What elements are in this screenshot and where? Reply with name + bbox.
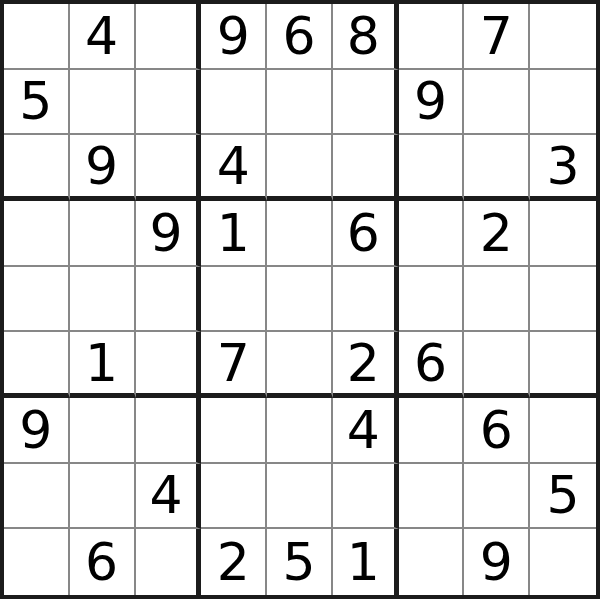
cell-r6c9[interactable]: [530, 332, 596, 398]
cell-r6c2[interactable]: 1: [70, 332, 136, 398]
cell-r5c6[interactable]: [333, 267, 399, 333]
cell-r6c3[interactable]: [136, 332, 202, 398]
cell-r8c6[interactable]: [333, 464, 399, 530]
sudoku-board: 4968759943916217269464562519: [0, 0, 600, 599]
cell-r4c9[interactable]: [530, 201, 596, 267]
cell-r8c2[interactable]: [70, 464, 136, 530]
cell-r5c2[interactable]: [70, 267, 136, 333]
cell-r7c5[interactable]: [267, 398, 333, 464]
cell-r9c9[interactable]: [530, 529, 596, 595]
cell-r7c1[interactable]: 9: [4, 398, 70, 464]
cell-r7c4[interactable]: [201, 398, 267, 464]
cell-r8c5[interactable]: [267, 464, 333, 530]
cell-r3c7[interactable]: [399, 135, 465, 201]
cell-r5c9[interactable]: [530, 267, 596, 333]
cell-r7c6[interactable]: 4: [333, 398, 399, 464]
cell-r8c3[interactable]: 4: [136, 464, 202, 530]
cell-r3c8[interactable]: [464, 135, 530, 201]
cell-r9c7[interactable]: [399, 529, 465, 595]
cell-r4c6[interactable]: 6: [333, 201, 399, 267]
cell-r2c9[interactable]: [530, 70, 596, 136]
cell-r1c7[interactable]: [399, 4, 465, 70]
cell-r3c1[interactable]: [4, 135, 70, 201]
cell-r9c4[interactable]: 2: [201, 529, 267, 595]
cell-r3c4[interactable]: 4: [201, 135, 267, 201]
cell-r3c9[interactable]: 3: [530, 135, 596, 201]
cell-r1c4[interactable]: 9: [201, 4, 267, 70]
cell-r1c3[interactable]: [136, 4, 202, 70]
cell-r7c9[interactable]: [530, 398, 596, 464]
cell-r2c7[interactable]: 9: [399, 70, 465, 136]
cell-r6c4[interactable]: 7: [201, 332, 267, 398]
cell-r4c3[interactable]: 9: [136, 201, 202, 267]
cell-r1c5[interactable]: 6: [267, 4, 333, 70]
cell-r6c1[interactable]: [4, 332, 70, 398]
cell-r3c2[interactable]: 9: [70, 135, 136, 201]
cell-r8c9[interactable]: 5: [530, 464, 596, 530]
cell-r5c1[interactable]: [4, 267, 70, 333]
cell-r5c7[interactable]: [399, 267, 465, 333]
cell-r4c4[interactable]: 1: [201, 201, 267, 267]
cell-r4c2[interactable]: [70, 201, 136, 267]
cell-r8c7[interactable]: [399, 464, 465, 530]
cell-r2c1[interactable]: 5: [4, 70, 70, 136]
cell-r9c3[interactable]: [136, 529, 202, 595]
cell-r4c1[interactable]: [4, 201, 70, 267]
cell-r2c8[interactable]: [464, 70, 530, 136]
cell-r5c8[interactable]: [464, 267, 530, 333]
cell-r2c6[interactable]: [333, 70, 399, 136]
cell-r5c3[interactable]: [136, 267, 202, 333]
cell-r9c5[interactable]: 5: [267, 529, 333, 595]
cell-r2c4[interactable]: [201, 70, 267, 136]
cell-r3c5[interactable]: [267, 135, 333, 201]
cell-r7c8[interactable]: 6: [464, 398, 530, 464]
cell-r9c2[interactable]: 6: [70, 529, 136, 595]
cell-r1c2[interactable]: 4: [70, 4, 136, 70]
cell-r1c8[interactable]: 7: [464, 4, 530, 70]
cell-r4c8[interactable]: 2: [464, 201, 530, 267]
cell-r7c3[interactable]: [136, 398, 202, 464]
cell-r3c6[interactable]: [333, 135, 399, 201]
cell-r9c8[interactable]: 9: [464, 529, 530, 595]
cell-r2c5[interactable]: [267, 70, 333, 136]
cell-r8c8[interactable]: [464, 464, 530, 530]
cell-r8c1[interactable]: [4, 464, 70, 530]
cell-r5c4[interactable]: [201, 267, 267, 333]
cell-r2c3[interactable]: [136, 70, 202, 136]
cell-r9c6[interactable]: 1: [333, 529, 399, 595]
cell-r4c7[interactable]: [399, 201, 465, 267]
cell-r6c5[interactable]: [267, 332, 333, 398]
cell-r8c4[interactable]: [201, 464, 267, 530]
cell-r1c9[interactable]: [530, 4, 596, 70]
cell-r6c6[interactable]: 2: [333, 332, 399, 398]
cell-r3c3[interactable]: [136, 135, 202, 201]
cell-r5c5[interactable]: [267, 267, 333, 333]
cell-r9c1[interactable]: [4, 529, 70, 595]
cell-r7c7[interactable]: [399, 398, 465, 464]
cell-r7c2[interactable]: [70, 398, 136, 464]
cell-r2c2[interactable]: [70, 70, 136, 136]
cell-r4c5[interactable]: [267, 201, 333, 267]
cell-r6c8[interactable]: [464, 332, 530, 398]
cell-r1c6[interactable]: 8: [333, 4, 399, 70]
cell-r1c1[interactable]: [4, 4, 70, 70]
cell-r6c7[interactable]: 6: [399, 332, 465, 398]
